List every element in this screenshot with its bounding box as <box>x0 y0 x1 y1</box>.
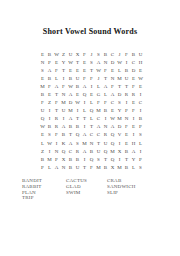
grid-cell-r3c8: T <box>88 66 95 74</box>
grid-cell-r5c14: F <box>130 82 137 90</box>
grid-cell-r10c15: P <box>137 123 144 131</box>
grid-cell-r1c4: Z <box>60 50 67 58</box>
grid-cell-r7c12: S <box>116 99 123 107</box>
grid-cell-r7c11: C <box>109 99 116 107</box>
grid-cell-r7c9: F <box>95 99 102 107</box>
grid-cell-r6c15: I <box>137 90 144 98</box>
grid-cell-r8c5: M <box>67 107 74 115</box>
grid-cell-r8c10: B <box>102 107 109 115</box>
grid-cell-r11c14: I <box>130 131 137 139</box>
grid-cell-r13c10: Q <box>102 147 109 155</box>
grid-cell-r15c4: N <box>60 163 67 171</box>
grid-cell-r9c2: I <box>46 115 53 123</box>
grid-cell-r3c9: W <box>95 66 102 74</box>
grid-cell-r13c14: A <box>130 147 137 155</box>
word-item-bandit: BANDIT <box>22 178 42 184</box>
grid-cell-r6c13: R <box>123 90 130 98</box>
grid-cell-r4c10: T <box>102 74 109 82</box>
grid-cell-r10c11: A <box>109 123 116 131</box>
grid-cell-r9c6: T <box>74 115 81 123</box>
grid-cell-r13c5: C <box>67 147 74 155</box>
grid-cell-r11c2: S <box>46 131 53 139</box>
grid-cell-r2c9: A <box>95 58 102 66</box>
grid-cell-r15c13: B <box>123 163 130 171</box>
grid-cell-r13c7: A <box>81 147 88 155</box>
grid-cell-r8c4: U <box>60 107 67 115</box>
grid-cell-r15c15: S <box>137 163 144 171</box>
grid-cell-r5c3: A <box>53 82 60 90</box>
grid-cell-r1c15: U <box>137 50 144 58</box>
word-item-trip: TRIP <box>22 195 42 201</box>
grid-cell-r15c6: U <box>74 163 81 171</box>
grid-cell-r12c7: M <box>81 139 88 147</box>
word-item-sandwich: SANDWICH <box>107 184 136 190</box>
grid-cell-r7c6: W <box>74 99 81 107</box>
grid-cell-r8c11: E <box>109 107 116 115</box>
grid-cell-r9c13: N <box>123 115 130 123</box>
grid-cell-r11c13: E <box>123 131 130 139</box>
grid-cell-r12c3: I <box>53 139 60 147</box>
grid-cell-r5c4: F <box>60 82 67 90</box>
grid-cell-r5c10: A <box>102 82 109 90</box>
grid-cell-r1c5: U <box>67 50 74 58</box>
grid-cell-r7c4: M <box>60 99 67 107</box>
grid-cell-r10c13: F <box>123 123 130 131</box>
word-list-column-3: CRABSANDWICHSLIP <box>107 178 136 195</box>
grid-cell-r4c15: W <box>137 74 144 82</box>
grid-cell-r12c11: Q <box>109 139 116 147</box>
grid-cell-r6c4: N <box>60 90 67 98</box>
grid-cell-r10c4: A <box>60 123 67 131</box>
grid-cell-r14c2: M <box>46 155 53 163</box>
grid-cell-r6c1: B <box>39 90 46 98</box>
grid-cell-r14c12: I <box>116 155 123 163</box>
grid-cell-r9c8: L <box>88 115 95 123</box>
grid-cell-r7c13: I <box>123 99 130 107</box>
grid-cell-r5c9: L <box>95 82 102 90</box>
grid-cell-r15c5: B <box>67 163 74 171</box>
grid-cell-r1c11: C <box>109 50 116 58</box>
grid-cell-r14c1: B <box>39 155 46 163</box>
grid-cell-r15c1: P <box>39 163 46 171</box>
word-item-rabbit: RABBIT <box>22 184 42 190</box>
worksheet-page: Short Vowel Sound Words EBWZUXFJSBCJFBUN… <box>0 0 180 256</box>
grid-cell-r6c2: E <box>46 90 53 98</box>
grid-cell-r10c12: D <box>116 123 123 131</box>
grid-cell-r15c9: M <box>95 163 102 171</box>
grid-cell-r10c10: N <box>102 123 109 131</box>
grid-cell-r13c2: I <box>46 147 53 155</box>
grid-cell-r3c15: E <box>137 66 144 74</box>
grid-cell-r1c12: J <box>116 50 123 58</box>
grid-cell-r5c15: E <box>137 82 144 90</box>
grid-cell-r10c3: R <box>53 123 60 131</box>
grid-cell-r4c13: U <box>123 74 130 82</box>
grid-cell-r13c8: B <box>88 147 95 155</box>
word-list-column-1: BANDITRABBITPLANTRIP <box>22 178 42 201</box>
grid-cell-r9c15: B <box>137 115 144 123</box>
grid-cell-r10c1: W <box>39 123 46 131</box>
grid-cell-r5c6: B <box>74 82 81 90</box>
grid-cell-r2c6: T <box>74 58 81 66</box>
grid-cell-r9c7: T <box>81 115 88 123</box>
grid-cell-r2c8: S <box>88 58 95 66</box>
grid-cell-r7c3: F <box>53 99 60 107</box>
grid-cell-r11c12: V <box>116 131 123 139</box>
grid-cell-r8c9: M <box>95 107 102 115</box>
word-item-swim: SWIM <box>66 190 87 196</box>
grid-cell-r7c2: Z <box>46 99 53 107</box>
grid-cell-r13c12: X <box>116 147 123 155</box>
grid-cell-r6c14: R <box>130 90 137 98</box>
grid-cell-r10c8: T <box>88 123 95 131</box>
grid-cell-r1c1: E <box>39 50 46 58</box>
grid-cell-r15c12: M <box>116 163 123 171</box>
grid-cell-r14c7: I <box>81 155 88 163</box>
grid-cell-r11c1: E <box>39 131 46 139</box>
grid-cell-r2c11: D <box>109 58 116 66</box>
grid-cell-r11c3: F <box>53 131 60 139</box>
grid-cell-r14c9: S <box>95 155 102 163</box>
grid-cell-r7c14: E <box>130 99 137 107</box>
grid-cell-r2c3: E <box>53 58 60 66</box>
grid-cell-r5c7: A <box>81 82 88 90</box>
grid-cell-r4c4: I <box>60 74 67 82</box>
grid-cell-r1c7: F <box>81 50 88 58</box>
grid-cell-r14c13: T <box>123 155 130 163</box>
grid-cell-r14c8: Q <box>88 155 95 163</box>
grid-cell-r3c14: D <box>130 66 137 74</box>
grid-cell-r1c10: B <box>102 50 109 58</box>
grid-cell-r4c11: N <box>109 74 116 82</box>
grid-cell-r10c5: B <box>67 123 74 131</box>
grid-cell-r13c4: Q <box>60 147 67 155</box>
grid-cell-r15c3: A <box>53 163 60 171</box>
grid-cell-r13c1: Z <box>39 147 46 155</box>
grid-cell-r1c13: F <box>123 50 130 58</box>
word-search-grid: EBWZUXFJSBCJFBUNPEYWTESANDWICHSAFTEEETWF… <box>39 50 144 171</box>
grid-cell-r6c9: G <box>95 90 102 98</box>
grid-cell-r12c14: H <box>130 139 137 147</box>
grid-cell-r8c8: Q <box>88 107 95 115</box>
grid-cell-r3c4: T <box>60 66 67 74</box>
grid-cell-r8c1: U <box>39 107 46 115</box>
grid-cell-r9c10: I <box>102 115 109 123</box>
grid-cell-r9c4: I <box>60 115 67 123</box>
grid-cell-r3c10: F <box>102 66 109 74</box>
grid-cell-r6c12: D <box>116 90 123 98</box>
grid-cell-r10c2: B <box>46 123 53 131</box>
grid-cell-r8c13: P <box>123 107 130 115</box>
grid-cell-r14c11: Q <box>109 155 116 163</box>
grid-cell-r6c6: E <box>74 90 81 98</box>
grid-cell-r4c3: L <box>53 74 60 82</box>
grid-cell-r1c14: B <box>130 50 137 58</box>
grid-cell-r7c10: F <box>102 99 109 107</box>
grid-cell-r3c12: L <box>116 66 123 74</box>
grid-cell-r7c5: D <box>67 99 74 107</box>
grid-cell-r14c15: P <box>137 155 144 163</box>
grid-cell-r6c8: E <box>88 90 95 98</box>
grid-cell-r11c7: A <box>81 131 88 139</box>
grid-cell-r5c12: T <box>116 82 123 90</box>
grid-cell-r1c6: X <box>74 50 81 58</box>
grid-cell-r4c6: U <box>74 74 81 82</box>
grid-cell-r3c3: F <box>53 66 60 74</box>
grid-cell-r9c1: Q <box>39 115 46 123</box>
grid-cell-r7c15: C <box>137 99 144 107</box>
grid-cell-r8c14: F <box>130 107 137 115</box>
grid-cell-r3c1: S <box>39 66 46 74</box>
grid-cell-r2c5: W <box>67 58 74 66</box>
grid-cell-r3c7: E <box>81 66 88 74</box>
grid-cell-r7c7: I <box>81 99 88 107</box>
grid-cell-r12c9: T <box>95 139 102 147</box>
grid-cell-r3c13: B <box>123 66 130 74</box>
grid-cell-r1c2: B <box>46 50 53 58</box>
grid-cell-r13c13: B <box>123 147 130 155</box>
grid-cell-r13c3: N <box>53 147 60 155</box>
grid-cell-r6c7: Q <box>81 90 88 98</box>
page-title: Short Vowel Sound Words <box>0 27 180 36</box>
grid-cell-r15c10: B <box>102 163 109 171</box>
grid-cell-r4c12: M <box>116 74 123 82</box>
grid-cell-r15c7: T <box>81 163 88 171</box>
grid-cell-r2c7: E <box>81 58 88 66</box>
grid-cell-r9c3: R <box>53 115 60 123</box>
grid-cell-r4c9: J <box>95 74 102 82</box>
grid-cell-r6c10: L <box>102 90 109 98</box>
grid-cell-r7c8: L <box>88 99 95 107</box>
grid-cell-r15c14: L <box>130 163 137 171</box>
grid-cell-r14c3: P <box>53 155 60 163</box>
grid-cell-r3c2: A <box>46 66 53 74</box>
grid-cell-r3c6: E <box>74 66 81 74</box>
grid-cell-r12c4: K <box>60 139 67 147</box>
grid-cell-r5c1: M <box>39 82 46 90</box>
grid-cell-r8c2: I <box>46 107 53 115</box>
grid-cell-r8c7: L <box>81 107 88 115</box>
grid-cell-r12c13: E <box>123 139 130 147</box>
grid-cell-r3c11: E <box>109 66 116 74</box>
grid-cell-r10c7: I <box>81 123 88 131</box>
grid-cell-r12c10: U <box>102 139 109 147</box>
grid-cell-r15c11: X <box>109 163 116 171</box>
grid-cell-r2c14: C <box>130 58 137 66</box>
grid-cell-r14c4: X <box>60 155 67 163</box>
grid-cell-r9c9: C <box>95 115 102 123</box>
grid-cell-r2c4: Y <box>60 58 67 66</box>
grid-cell-r5c5: W <box>67 82 74 90</box>
grid-cell-r12c1: L <box>39 139 46 147</box>
grid-cell-r8c12: Y <box>116 107 123 115</box>
grid-cell-r10c14: E <box>130 123 137 131</box>
word-list-column-2: CACTUSGLADSWIM <box>66 178 87 195</box>
grid-cell-r9c5: A <box>67 115 74 123</box>
grid-cell-r2c13: I <box>123 58 130 66</box>
grid-cell-r10c6: B <box>74 123 81 131</box>
grid-cell-r9c11: W <box>109 115 116 123</box>
grid-cell-r12c8: N <box>88 139 95 147</box>
grid-cell-r6c3: T <box>53 90 60 98</box>
grid-cell-r12c5: A <box>67 139 74 147</box>
grid-cell-r11c4: B <box>60 131 67 139</box>
grid-cell-r6c5: A <box>67 90 74 98</box>
grid-cell-r14c10: T <box>102 155 109 163</box>
word-item-slip: SLIP <box>107 190 136 196</box>
grid-cell-r11c11: Q <box>109 131 116 139</box>
word-item-cactus: CACTUS <box>66 178 87 184</box>
grid-cell-r14c5: B <box>67 155 74 163</box>
grid-cell-r5c2: F <box>46 82 53 90</box>
grid-cell-r2c2: P <box>46 58 53 66</box>
grid-cell-r4c5: B <box>67 74 74 82</box>
grid-cell-r12c12: I <box>116 139 123 147</box>
grid-cell-r14c6: B <box>74 155 81 163</box>
grid-cell-r6c11: A <box>109 90 116 98</box>
grid-cell-r13c9: U <box>95 147 102 155</box>
grid-cell-r4c1: E <box>39 74 46 82</box>
grid-cell-r11c5: T <box>67 131 74 139</box>
grid-cell-r12c2: W <box>46 139 53 147</box>
grid-cell-r15c2: L <box>46 163 53 171</box>
grid-cell-r11c6: Q <box>74 131 81 139</box>
grid-cell-r13c11: M <box>109 147 116 155</box>
grid-cell-r12c6: S <box>74 139 81 147</box>
grid-cell-r11c8: C <box>88 131 95 139</box>
grid-cell-r2c1: N <box>39 58 46 66</box>
grid-cell-r13c15: I <box>137 147 144 155</box>
grid-cell-r3c5: E <box>67 66 74 74</box>
grid-cell-r4c14: E <box>130 74 137 82</box>
grid-cell-r11c15: S <box>137 131 144 139</box>
grid-cell-r5c8: I <box>88 82 95 90</box>
grid-cell-r9c14: I <box>130 115 137 123</box>
grid-cell-r2c10: N <box>102 58 109 66</box>
grid-cell-r14c14: Y <box>130 155 137 163</box>
grid-cell-r9c12: M <box>116 115 123 123</box>
grid-cell-r5c13: T <box>123 82 130 90</box>
grid-cell-r8c3: T <box>53 107 60 115</box>
grid-cell-r2c15: H <box>137 58 144 66</box>
grid-cell-r2c12: W <box>116 58 123 66</box>
grid-cell-r8c15: I <box>137 107 144 115</box>
grid-cell-r4c7: F <box>81 74 88 82</box>
grid-cell-r11c10: R <box>102 131 109 139</box>
grid-cell-r12c15: L <box>137 139 144 147</box>
grid-cell-r1c8: J <box>88 50 95 58</box>
grid-cell-r15c8: F <box>88 163 95 171</box>
grid-cell-r10c9: A <box>95 123 102 131</box>
grid-cell-r4c8: F <box>88 74 95 82</box>
grid-cell-r4c2: B <box>46 74 53 82</box>
grid-cell-r5c11: F <box>109 82 116 90</box>
grid-cell-r1c9: S <box>95 50 102 58</box>
grid-cell-r7c1: F <box>39 99 46 107</box>
grid-cell-r11c9: C <box>95 131 102 139</box>
grid-cell-r1c3: W <box>53 50 60 58</box>
grid-cell-r13c6: R <box>74 147 81 155</box>
grid-cell-r8c6: I <box>74 107 81 115</box>
